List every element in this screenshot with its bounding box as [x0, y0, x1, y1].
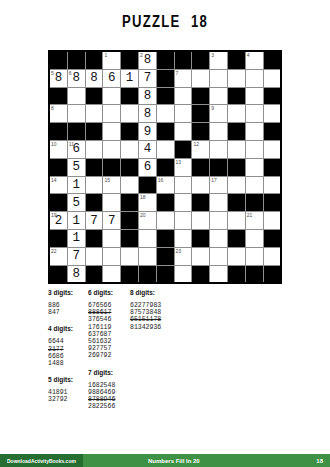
clue-number-5: 5	[51, 70, 54, 76]
cell-r2c4[interactable]: 6	[103, 70, 120, 87]
cell-r10c3[interactable]: 7	[86, 212, 103, 229]
list-heading: 8 digits:	[130, 289, 161, 296]
cell-digit: 7	[103, 212, 120, 229]
cell-r5c4[interactable]	[103, 123, 120, 140]
cell-r2c3[interactable]: 8	[86, 70, 103, 87]
number-entry-637687: 637687	[88, 331, 115, 338]
cell-r4c6[interactable]: 8	[139, 105, 156, 122]
cell-r4c4[interactable]	[103, 105, 120, 122]
number-entry-65151178: 65151178	[130, 316, 161, 323]
number-entry-6644: 6644	[48, 338, 73, 345]
cell-r11c8[interactable]	[175, 230, 192, 247]
cell-r9c8[interactable]	[175, 194, 192, 211]
cell-r13c12	[246, 266, 263, 283]
cell-r5c8[interactable]	[175, 123, 192, 140]
cell-r4c11[interactable]	[228, 105, 245, 122]
cell-r12c8[interactable]: 23	[175, 248, 192, 265]
cell-r11c5	[121, 230, 138, 247]
cell-r1c11	[228, 52, 245, 69]
cell-digit: 8	[68, 266, 85, 283]
cell-r10c1[interactable]: 192	[50, 212, 67, 229]
number-entry-6686: 6686	[48, 353, 73, 360]
cell-r12c5[interactable]	[121, 248, 138, 265]
cell-r7c6[interactable]: 6	[139, 159, 156, 176]
cell-r13c4[interactable]	[103, 266, 120, 283]
cell-r2c11[interactable]	[228, 70, 245, 87]
cell-digit: 8	[139, 105, 156, 122]
cell-r11c2[interactable]: 1	[68, 230, 85, 247]
clue-number-19: 19	[51, 212, 57, 218]
cell-r6c9[interactable]: 12	[192, 141, 209, 158]
cell-r12c2[interactable]: 7	[68, 248, 85, 265]
cell-r11c12[interactable]	[246, 230, 263, 247]
cell-r8c4[interactable]: 15	[103, 177, 120, 194]
cell-digit: 6	[103, 70, 120, 87]
book-series-label: Numbers Fill In 20	[148, 454, 200, 467]
cell-r1c4[interactable]: 1	[103, 52, 120, 69]
cell-r9c3	[86, 194, 103, 211]
cell-r2c10[interactable]	[210, 70, 227, 87]
cell-r12c10[interactable]	[210, 248, 227, 265]
cell-r11c3	[86, 230, 103, 247]
list-section-4-digits: 4 digits:6644217766861488	[48, 325, 73, 367]
number-entry-847: 847	[48, 309, 73, 316]
cell-r8c12[interactable]	[246, 177, 263, 194]
number-entry-1682548: 1682548	[88, 382, 115, 389]
number-entry-176119: 176119	[88, 324, 115, 331]
cell-r5c6[interactable]: 9	[139, 123, 156, 140]
clue-number-15: 15	[104, 177, 110, 183]
cell-r12c7	[157, 248, 174, 265]
list-section-6-digits: 6 digits:6765668886173765461761196376875…	[88, 289, 115, 360]
cell-digit: 5	[68, 194, 85, 211]
cell-r4c3[interactable]	[86, 105, 103, 122]
cell-r6c6[interactable]: 4	[139, 141, 156, 158]
number-entry-676566: 676566	[88, 302, 115, 309]
cell-r7c10	[210, 159, 227, 176]
clue-number-3: 3	[211, 52, 214, 58]
number-entry-886: 886	[48, 302, 73, 309]
list-section-5-digits: 5 digits:4189132792	[48, 376, 73, 403]
cell-r3c8[interactable]	[175, 88, 192, 105]
cell-r6c11[interactable]	[228, 141, 245, 158]
cell-r5c1	[50, 123, 67, 140]
cell-r7c4	[103, 159, 120, 176]
cell-r2c5[interactable]: 1	[121, 70, 138, 87]
cell-digit: 1	[68, 230, 85, 247]
cell-r6c3[interactable]	[86, 141, 103, 158]
number-entry-561632: 561632	[88, 338, 115, 345]
cell-r2c1[interactable]: 58	[50, 70, 67, 87]
cell-r2c8[interactable]: 7	[175, 70, 192, 87]
cell-r12c1[interactable]: 22	[50, 248, 67, 265]
cell-r2c7	[157, 70, 174, 87]
cell-r10c9[interactable]	[192, 212, 209, 229]
cell-r13c9	[192, 266, 209, 283]
cell-r12c11[interactable]	[228, 248, 245, 265]
cell-r5c11	[228, 123, 245, 140]
clue-number-6: 6	[69, 70, 72, 76]
cell-r7c8[interactable]: 13	[175, 159, 192, 176]
cell-r5c5	[121, 123, 138, 140]
cell-r6c2[interactable]: 116	[68, 141, 85, 158]
list-heading: 5 digits:	[48, 376, 73, 383]
clue-number-10: 10	[51, 141, 57, 147]
cell-r2c9[interactable]	[192, 70, 209, 87]
list-section-3-digits: 3 digits:886847	[48, 289, 73, 316]
cell-r10c8[interactable]	[175, 212, 192, 229]
cell-r13c3	[86, 266, 103, 283]
cell-r8c11[interactable]	[228, 177, 245, 194]
cell-r5c13	[264, 123, 281, 140]
cell-r7c3	[86, 159, 103, 176]
cell-r13c1	[50, 266, 67, 283]
cell-r3c2[interactable]	[68, 88, 85, 105]
cell-r9c13	[264, 194, 281, 211]
cell-r2c12[interactable]	[246, 70, 263, 87]
clue-number-18: 18	[140, 194, 146, 200]
clue-number-8: 8	[51, 105, 54, 111]
number-entry-62277983: 62277983	[130, 302, 161, 309]
cell-r9c11	[228, 194, 245, 211]
clue-number-11: 11	[69, 141, 74, 147]
cell-r12c6[interactable]	[139, 248, 156, 265]
cell-r11c11	[228, 230, 245, 247]
cell-r3c5	[121, 88, 138, 105]
cell-r13c6	[139, 266, 156, 283]
cell-r4c5[interactable]	[121, 105, 138, 122]
cell-digit: 7	[68, 248, 85, 265]
cell-digit: 6	[139, 159, 156, 176]
cell-r10c6[interactable]: 20	[139, 212, 156, 229]
cell-r1c12[interactable]: 4	[246, 52, 263, 69]
cell-digit: 1	[68, 177, 85, 194]
number-lists-column-1: 3 digits:8868474 digits:6644217766861488…	[48, 289, 73, 413]
cell-r10c11[interactable]	[228, 212, 245, 229]
cell-r8c7[interactable]: 16	[157, 177, 174, 194]
number-entry-81342936: 81342936	[130, 324, 161, 331]
cell-r3c13	[264, 88, 281, 105]
cell-r10c4[interactable]: 7	[103, 212, 120, 229]
website-link[interactable]: DownloadActivityBooks.com	[0, 454, 83, 467]
cell-r12c12[interactable]	[246, 248, 263, 265]
cell-r6c4[interactable]	[103, 141, 120, 158]
fill-in-grid: 1283458688617788899101164125613141151617…	[48, 50, 282, 284]
cell-r4c9	[192, 105, 209, 122]
cell-r7c2[interactable]: 5	[68, 159, 85, 176]
number-entry-376546: 376546	[88, 316, 115, 323]
clue-number-7: 7	[176, 70, 179, 76]
cell-r3c3	[86, 88, 103, 105]
cell-r13c8[interactable]	[175, 266, 192, 283]
number-entry-2822566: 2822566	[88, 403, 115, 410]
cell-r11c10[interactable]	[210, 230, 227, 247]
cell-r9c1	[50, 194, 67, 211]
number-entry-888617: 888617	[88, 309, 115, 316]
cell-digit: 5	[68, 159, 85, 176]
cell-r11c4[interactable]	[103, 230, 120, 247]
cell-r7c9	[192, 159, 209, 176]
cell-r5c3	[86, 123, 103, 140]
clue-number-16: 16	[158, 177, 164, 183]
cell-r6c12[interactable]	[246, 141, 263, 158]
cell-digit: 7	[86, 212, 103, 229]
cell-r8c1[interactable]: 14	[50, 177, 67, 194]
cell-r4c8[interactable]	[175, 105, 192, 122]
cell-r2c6[interactable]: 7	[139, 70, 156, 87]
clue-number-17: 17	[211, 177, 217, 183]
number-entry-9886469: 9886469	[88, 389, 115, 396]
cell-digit: 1	[121, 70, 138, 87]
cell-r7c1	[50, 159, 67, 176]
clue-number-2: 2	[140, 52, 143, 58]
clue-number-1: 1	[104, 52, 107, 58]
cell-r11c7	[157, 230, 174, 247]
cell-r2c2[interactable]: 68	[68, 70, 85, 87]
cell-r10c12[interactable]: 21	[246, 212, 263, 229]
cell-r7c12[interactable]	[246, 159, 263, 176]
cell-r4c7[interactable]	[157, 105, 174, 122]
cell-r3c1	[50, 88, 67, 105]
cell-digit: 8	[139, 88, 156, 105]
cell-r4c1[interactable]: 8	[50, 105, 67, 122]
cell-r6c5[interactable]	[121, 141, 138, 158]
cell-digit: 1	[68, 212, 85, 229]
cell-r1c7	[157, 52, 174, 69]
number-entry-41891: 41891	[48, 389, 73, 396]
cell-r6c1[interactable]: 10	[50, 141, 67, 158]
cell-r9c7	[157, 194, 174, 211]
cell-r7c13	[264, 159, 281, 176]
clue-number-21: 21	[247, 212, 253, 218]
cell-r12c13[interactable]	[264, 248, 281, 265]
cell-r11c13	[264, 230, 281, 247]
clue-number-22: 22	[51, 248, 57, 254]
cell-r6c7[interactable]	[157, 141, 174, 158]
cell-r4c10[interactable]: 9	[210, 105, 227, 122]
cell-r5c2	[68, 123, 85, 140]
cell-r9c2[interactable]: 5	[68, 194, 85, 211]
cell-r4c13[interactable]	[264, 105, 281, 122]
cell-r10c10[interactable]	[210, 212, 227, 229]
cell-r5c12[interactable]	[246, 123, 263, 140]
cell-r2c13[interactable]	[264, 70, 281, 87]
cell-r11c9	[192, 230, 209, 247]
list-heading: 4 digits:	[48, 325, 73, 332]
cell-r13c13	[264, 266, 281, 283]
cell-r13c2[interactable]: 8	[68, 266, 85, 283]
cell-r5c9	[192, 123, 209, 140]
number-lists-column-3: 8 digits:6227798387573848651511788134293…	[130, 289, 161, 340]
cell-r1c1	[50, 52, 67, 69]
cell-r1c8	[175, 52, 192, 69]
cell-r9c10[interactable]	[210, 194, 227, 211]
cell-digit: 4	[139, 141, 156, 158]
cell-r9c12	[246, 194, 263, 211]
cell-r8c3[interactable]	[86, 177, 103, 194]
cell-r1c6[interactable]: 28	[139, 52, 156, 69]
cell-r11c6[interactable]	[139, 230, 156, 247]
cell-r5c10[interactable]	[210, 123, 227, 140]
cell-r3c12[interactable]	[246, 88, 263, 105]
cell-r8c2[interactable]: 1	[68, 177, 85, 194]
page-number: 18	[316, 454, 323, 467]
cell-r10c5	[121, 212, 138, 229]
cell-r3c9	[192, 88, 209, 105]
cell-r9c9	[192, 194, 209, 211]
cell-r8c10[interactable]: 17	[210, 177, 227, 194]
cell-r7c11	[228, 159, 245, 176]
cell-r1c13	[264, 52, 281, 69]
cell-r13c11	[228, 266, 245, 283]
cell-r9c6[interactable]: 18	[139, 194, 156, 211]
cell-r13c7	[157, 266, 174, 283]
cell-r8c13[interactable]	[264, 177, 281, 194]
cell-r8c6	[139, 177, 156, 194]
cell-r1c10[interactable]: 3	[210, 52, 227, 69]
number-entry-87573848: 87573848	[130, 309, 161, 316]
cell-digit: 8	[86, 70, 103, 87]
cell-r8c5[interactable]	[121, 177, 138, 194]
cell-r11c1	[50, 230, 67, 247]
cell-r1c2	[68, 52, 85, 69]
number-entry-269792: 269792	[88, 352, 115, 359]
cell-r10c7[interactable]	[157, 212, 174, 229]
cell-r10c2[interactable]: 1	[68, 212, 85, 229]
cell-r5c7	[157, 123, 174, 140]
cell-r12c9[interactable]	[192, 248, 209, 265]
clue-number-13: 13	[176, 159, 182, 165]
clue-number-12: 12	[193, 141, 199, 147]
number-entry-32792: 32792	[48, 396, 73, 403]
cell-r1c9	[192, 52, 209, 69]
cell-digit: 9	[139, 123, 156, 140]
cell-r1c3	[86, 52, 103, 69]
number-entry-927757: 927757	[88, 345, 115, 352]
clue-number-20: 20	[140, 212, 146, 218]
number-entry-1488: 1488	[48, 360, 73, 367]
cell-r3c10[interactable]	[210, 88, 227, 105]
cell-r3c4[interactable]	[103, 88, 120, 105]
list-section-7-digits: 7 digits:1682548988646987889462822566	[88, 369, 115, 411]
cell-r8c8[interactable]	[175, 177, 192, 194]
cell-r9c4[interactable]	[103, 194, 120, 211]
cell-r13c5	[121, 266, 138, 283]
list-section-8-digits: 8 digits:6227798387573848651511788134293…	[130, 289, 161, 331]
footer-bar: DownloadActivityBooks.com Numbers Fill I…	[0, 454, 330, 467]
list-heading: 6 digits:	[88, 289, 115, 296]
clue-number-4: 4	[247, 52, 250, 58]
clue-number-14: 14	[51, 177, 57, 183]
cell-r1c5	[121, 52, 138, 69]
cell-r7c7	[157, 159, 174, 176]
cell-r12c3[interactable]	[86, 248, 103, 265]
number-entry-8788946: 8788946	[88, 396, 115, 403]
cell-r7c5	[121, 159, 138, 176]
cell-r9c5	[121, 194, 138, 211]
cell-r6c10[interactable]	[210, 141, 227, 158]
cell-digit: 7	[139, 70, 156, 87]
cell-r8c9[interactable]	[192, 177, 209, 194]
cell-r4c12[interactable]	[246, 105, 263, 122]
cell-r6c13[interactable]	[264, 141, 281, 158]
cell-r12c4[interactable]	[103, 248, 120, 265]
cell-r4c2[interactable]	[68, 105, 85, 122]
cell-r3c7	[157, 88, 174, 105]
page-title: PUZZLE 18	[30, 13, 301, 31]
cell-r3c11	[228, 88, 245, 105]
clue-number-23: 23	[176, 248, 182, 254]
clue-number-9: 9	[211, 105, 214, 111]
list-heading: 7 digits:	[88, 369, 115, 376]
list-heading: 3 digits:	[48, 289, 73, 296]
cell-r6c8	[175, 141, 192, 158]
number-entry-2177: 2177	[48, 346, 73, 353]
number-lists-column-2: 6 digits:6765668886173765461761196376875…	[88, 289, 115, 419]
cell-r13c10[interactable]	[210, 266, 227, 283]
cell-r10c13[interactable]	[264, 212, 281, 229]
cell-r3c6[interactable]: 8	[139, 88, 156, 105]
